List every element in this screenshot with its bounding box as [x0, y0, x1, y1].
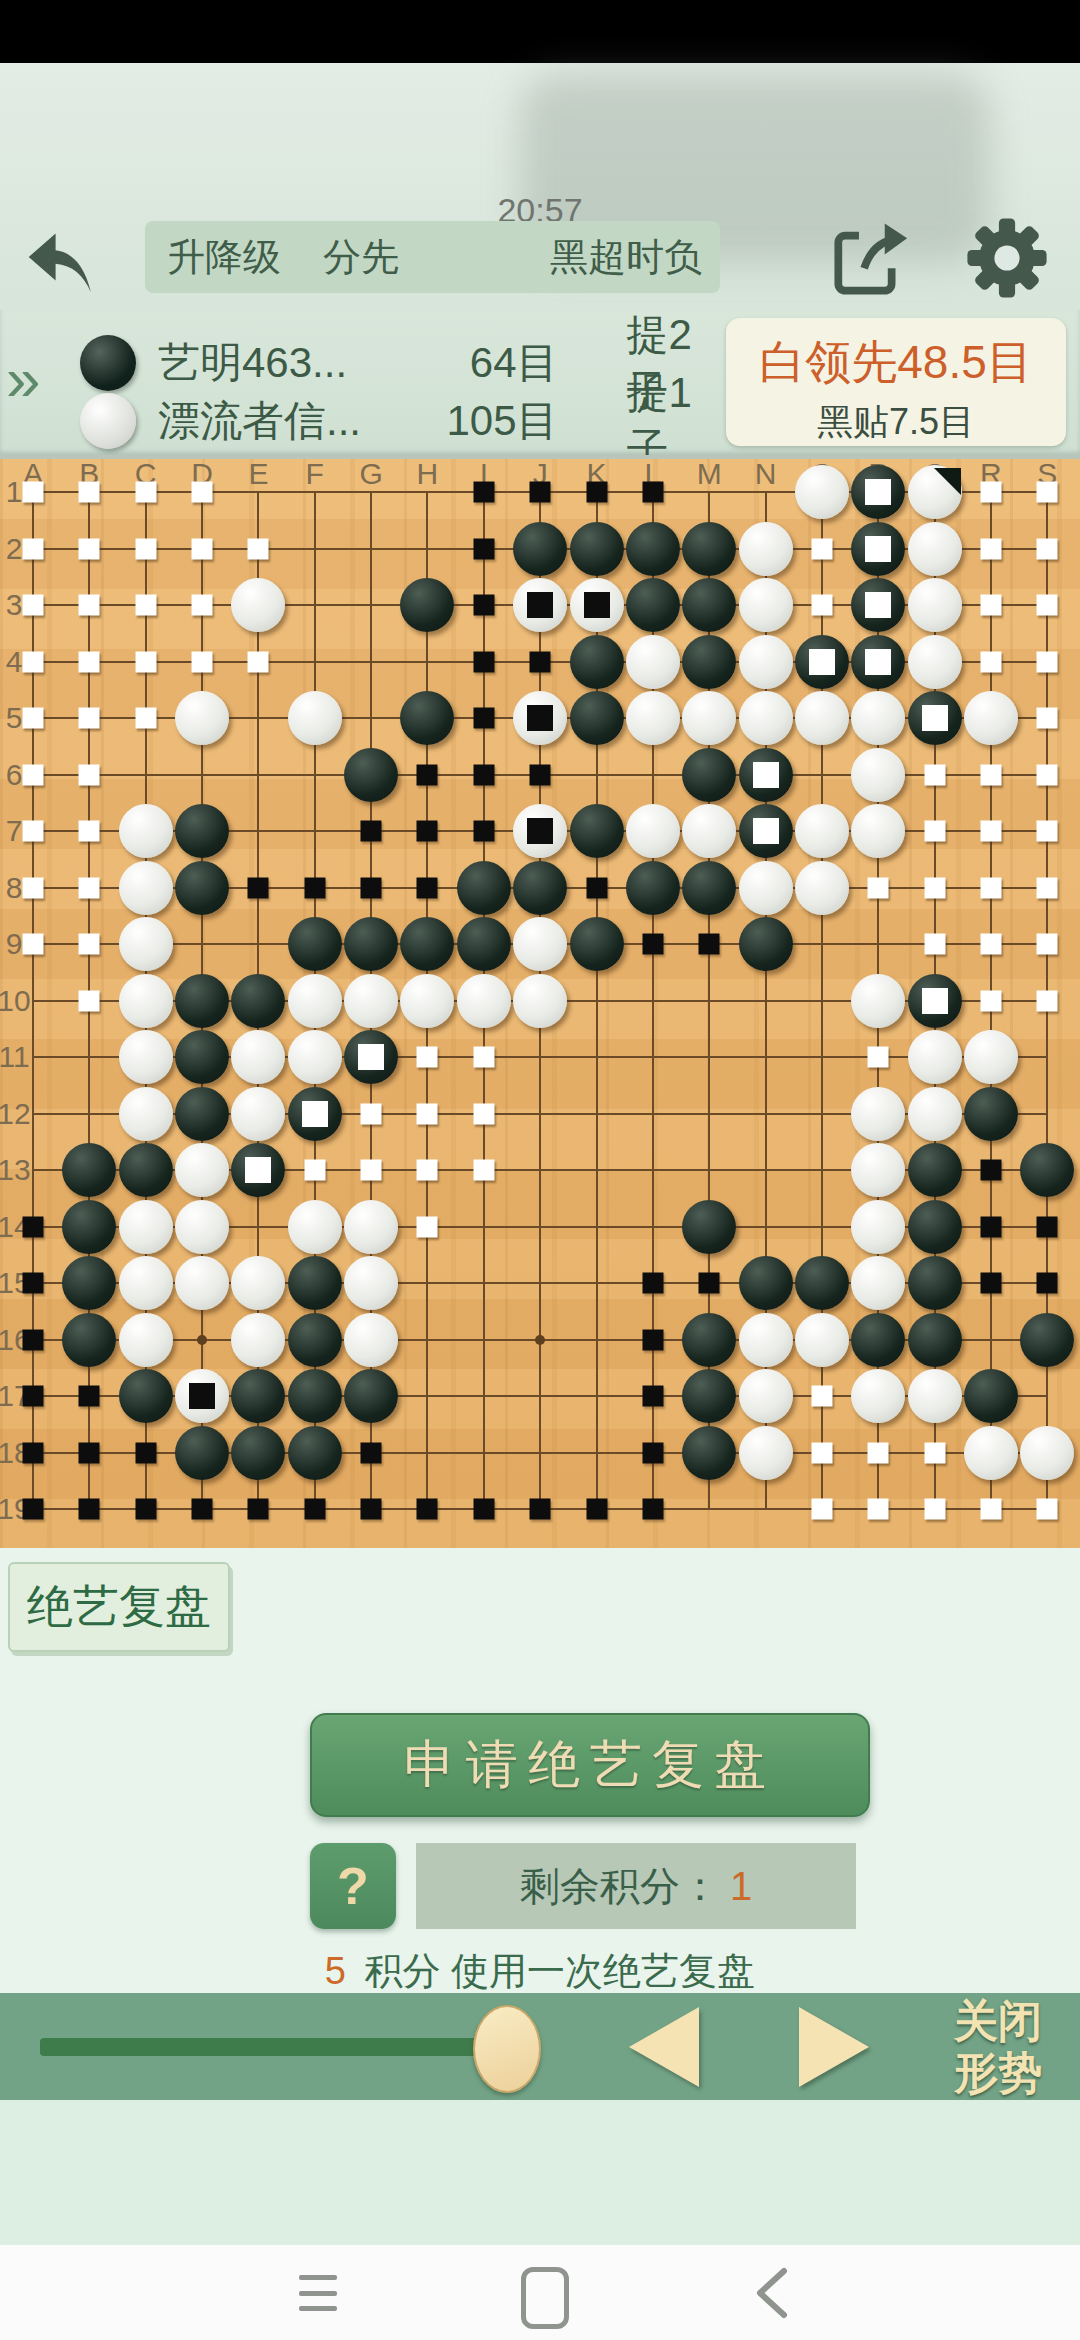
stone-black-dead-P1[interactable]: [851, 465, 905, 519]
territory-black-I4[interactable]: [473, 651, 494, 672]
stone-black-Q13[interactable]: [908, 1143, 962, 1197]
territory-black-J19[interactable]: [530, 1499, 551, 1520]
territory-white-B2[interactable]: [79, 538, 100, 559]
stone-black-dead-N7[interactable]: [739, 804, 793, 858]
territory-black-L1[interactable]: [642, 482, 663, 503]
territory-black-L18[interactable]: [642, 1442, 663, 1463]
territory-white-C2[interactable]: [135, 538, 156, 559]
territory-white-I12[interactable]: [473, 1103, 494, 1124]
stone-black-D12[interactable]: [175, 1087, 229, 1141]
stone-white-D14[interactable]: [175, 1200, 229, 1254]
territory-white-B10[interactable]: [79, 990, 100, 1011]
stone-black-O15[interactable]: [795, 1256, 849, 1310]
row-label: 5: [6, 701, 23, 735]
stone-white-P10[interactable]: [851, 974, 905, 1028]
territory-black-G19[interactable]: [361, 1499, 382, 1520]
stone-white-G14[interactable]: [344, 1200, 398, 1254]
stone-black-D8[interactable]: [175, 861, 229, 915]
stone-white-O7[interactable]: [795, 804, 849, 858]
nav-back-icon[interactable]: [752, 2267, 792, 2319]
stone-white-dead-K3[interactable]: [570, 578, 624, 632]
territory-white-B7[interactable]: [79, 821, 100, 842]
stone-white-dead-J5[interactable]: [513, 691, 567, 745]
stone-black-M8[interactable]: [682, 861, 736, 915]
stone-white-Q3[interactable]: [908, 578, 962, 632]
stone-white-dead-J3[interactable]: [513, 578, 567, 632]
stone-black-B15[interactable]: [62, 1256, 116, 1310]
title-item: 分先: [323, 232, 399, 283]
territory-white-S6[interactable]: [1037, 764, 1058, 785]
territory-black-G8[interactable]: [361, 877, 382, 898]
territory-black-L9[interactable]: [642, 934, 663, 955]
territory-white-S10[interactable]: [1037, 990, 1058, 1011]
territory-black-A16[interactable]: [23, 1329, 44, 1350]
stone-black-D7[interactable]: [175, 804, 229, 858]
territory-white-P18[interactable]: [868, 1442, 889, 1463]
stone-black-H9[interactable]: [400, 917, 454, 971]
stone-black-E10[interactable]: [231, 974, 285, 1028]
stone-black-B14[interactable]: [62, 1200, 116, 1254]
territory-black-G18[interactable]: [361, 1442, 382, 1463]
territory-black-B19[interactable]: [79, 1499, 100, 1520]
territory-black-K8[interactable]: [586, 877, 607, 898]
share-icon[interactable]: [828, 215, 914, 301]
territory-black-R13[interactable]: [980, 1160, 1001, 1181]
territory-black-H8[interactable]: [417, 877, 438, 898]
stone-black-L3[interactable]: [626, 578, 680, 632]
stone-white-F10[interactable]: [288, 974, 342, 1028]
territory-black-R14[interactable]: [980, 1216, 1001, 1237]
stone-white-N18[interactable]: [739, 1426, 793, 1480]
territory-white-D1[interactable]: [192, 482, 213, 503]
stone-white-P5[interactable]: [851, 691, 905, 745]
help-button[interactable]: ?: [310, 1843, 396, 1929]
expand-chevron[interactable]: »: [6, 344, 40, 414]
territory-white-R8[interactable]: [980, 877, 1001, 898]
stone-black-dead-P4[interactable]: [851, 635, 905, 689]
territory-white-A4[interactable]: [23, 651, 44, 672]
territory-white-A3[interactable]: [23, 595, 44, 616]
territory-black-A18[interactable]: [23, 1442, 44, 1463]
stone-white-S18[interactable]: [1020, 1426, 1074, 1480]
stone-black-K5[interactable]: [570, 691, 624, 745]
territory-white-Q8[interactable]: [924, 877, 945, 898]
stone-black-K4[interactable]: [570, 635, 624, 689]
territory-white-O3[interactable]: [811, 595, 832, 616]
stone-black-D10[interactable]: [175, 974, 229, 1028]
stone-black-M16[interactable]: [682, 1313, 736, 1367]
stone-black-L2[interactable]: [626, 522, 680, 576]
stone-black-F17[interactable]: [288, 1369, 342, 1423]
stone-white-P12[interactable]: [851, 1087, 905, 1141]
stone-white-P15[interactable]: [851, 1256, 905, 1310]
territory-black-I19[interactable]: [473, 1499, 494, 1520]
territory-black-G7[interactable]: [361, 821, 382, 842]
stone-black-R17[interactable]: [964, 1369, 1018, 1423]
stone-black-M18[interactable]: [682, 1426, 736, 1480]
territory-black-I2[interactable]: [473, 538, 494, 559]
stone-black-F9[interactable]: [288, 917, 342, 971]
stone-white-C15[interactable]: [119, 1256, 173, 1310]
territory-white-B4[interactable]: [79, 651, 100, 672]
stone-black-E17[interactable]: [231, 1369, 285, 1423]
stone-white-P7[interactable]: [851, 804, 905, 858]
territory-white-F13[interactable]: [304, 1160, 325, 1181]
territory-black-K19[interactable]: [586, 1499, 607, 1520]
stone-white-M5[interactable]: [682, 691, 736, 745]
territory-black-J4[interactable]: [530, 651, 551, 672]
settings-gear-icon[interactable]: [962, 213, 1052, 303]
territory-white-S9[interactable]: [1037, 934, 1058, 955]
territory-black-K1[interactable]: [586, 482, 607, 503]
stone-black-dead-Q10[interactable]: [908, 974, 962, 1028]
stone-black-J2[interactable]: [513, 522, 567, 576]
stone-white-O5[interactable]: [795, 691, 849, 745]
stone-black-E18[interactable]: [231, 1426, 285, 1480]
stone-white-I10[interactable]: [457, 974, 511, 1028]
stone-white-M7[interactable]: [682, 804, 736, 858]
stone-white-C10[interactable]: [119, 974, 173, 1028]
territory-black-M9[interactable]: [699, 934, 720, 955]
territory-black-L19[interactable]: [642, 1499, 663, 1520]
close-territory-view-button[interactable]: 关闭 形势: [930, 1995, 1066, 2099]
territory-white-B1[interactable]: [79, 482, 100, 503]
stone-white-D13[interactable]: [175, 1143, 229, 1197]
stone-black-H5[interactable]: [400, 691, 454, 745]
dead-marker: [865, 592, 891, 618]
stone-white-N17[interactable]: [739, 1369, 793, 1423]
territory-black-S15[interactable]: [1037, 1273, 1058, 1294]
stone-black-M2[interactable]: [682, 522, 736, 576]
territory-white-P19[interactable]: [868, 1499, 889, 1520]
recents-icon[interactable]: [299, 2275, 337, 2311]
territory-white-S1[interactable]: [1037, 482, 1058, 503]
territory-black-H19[interactable]: [417, 1499, 438, 1520]
stone-white-C16[interactable]: [119, 1313, 173, 1367]
territory-black-A19[interactable]: [23, 1499, 44, 1520]
territory-white-A1[interactable]: [23, 482, 44, 503]
stone-white-N4[interactable]: [739, 635, 793, 689]
stone-white-H10[interactable]: [400, 974, 454, 1028]
territory-black-S14[interactable]: [1037, 1216, 1058, 1237]
territory-white-D4[interactable]: [192, 651, 213, 672]
apply-review-button[interactable]: 申请绝艺复盘: [310, 1713, 870, 1817]
territory-black-H6[interactable]: [417, 764, 438, 785]
stone-white-E15[interactable]: [231, 1256, 285, 1310]
territory-white-C4[interactable]: [135, 651, 156, 672]
stone-white-C11[interactable]: [119, 1030, 173, 1084]
stone-black-D11[interactable]: [175, 1030, 229, 1084]
stone-white-C9[interactable]: [119, 917, 173, 971]
stone-black-D18[interactable]: [175, 1426, 229, 1480]
stone-black-dead-P3[interactable]: [851, 578, 905, 632]
stone-white-E12[interactable]: [231, 1087, 285, 1141]
territory-white-P11[interactable]: [868, 1047, 889, 1068]
territory-white-O2[interactable]: [811, 538, 832, 559]
territory-black-L16[interactable]: [642, 1329, 663, 1350]
territory-white-S7[interactable]: [1037, 821, 1058, 842]
stone-white-D5[interactable]: [175, 691, 229, 745]
territory-white-G13[interactable]: [361, 1160, 382, 1181]
territory-white-S5[interactable]: [1037, 708, 1058, 729]
territory-black-E19[interactable]: [248, 1499, 269, 1520]
territory-white-S19[interactable]: [1037, 1499, 1058, 1520]
stone-white-P6[interactable]: [851, 748, 905, 802]
territory-white-O17[interactable]: [811, 1386, 832, 1407]
territory-white-D3[interactable]: [192, 595, 213, 616]
territory-white-R19[interactable]: [980, 1499, 1001, 1520]
stone-black-G17[interactable]: [344, 1369, 398, 1423]
stone-white-O16[interactable]: [795, 1313, 849, 1367]
territory-black-I1[interactable]: [473, 482, 494, 503]
territory-white-S4[interactable]: [1037, 651, 1058, 672]
territory-white-B8[interactable]: [79, 877, 100, 898]
territory-white-C3[interactable]: [135, 595, 156, 616]
territory-white-R7[interactable]: [980, 821, 1001, 842]
territory-white-S3[interactable]: [1037, 595, 1058, 616]
stone-white-C14[interactable]: [119, 1200, 173, 1254]
stone-black-M14[interactable]: [682, 1200, 736, 1254]
stone-white-G10[interactable]: [344, 974, 398, 1028]
territory-white-Q6[interactable]: [924, 764, 945, 785]
territory-white-Q19[interactable]: [924, 1499, 945, 1520]
stone-white-G15[interactable]: [344, 1256, 398, 1310]
stone-white-O8[interactable]: [795, 861, 849, 915]
territory-white-Q9[interactable]: [924, 934, 945, 955]
komi-label: 黑贴7.5目: [726, 398, 1066, 447]
stone-white-L7[interactable]: [626, 804, 680, 858]
stone-black-C17[interactable]: [119, 1369, 173, 1423]
status-bar: [0, 0, 1080, 63]
territory-white-A2[interactable]: [23, 538, 44, 559]
territory-white-H12[interactable]: [417, 1103, 438, 1124]
territory-white-Q18[interactable]: [924, 1442, 945, 1463]
territory-white-A7[interactable]: [23, 821, 44, 842]
stone-black-F18[interactable]: [288, 1426, 342, 1480]
territory-white-B9[interactable]: [79, 934, 100, 955]
stone-black-Q15[interactable]: [908, 1256, 962, 1310]
stone-black-R12[interactable]: [964, 1087, 1018, 1141]
territory-white-A5[interactable]: [23, 708, 44, 729]
stone-white-F14[interactable]: [288, 1200, 342, 1254]
territory-black-I7[interactable]: [473, 821, 494, 842]
stone-white-R11[interactable]: [964, 1030, 1018, 1084]
territory-white-C1[interactable]: [135, 482, 156, 503]
stone-black-G9[interactable]: [344, 917, 398, 971]
stone-black-B16[interactable]: [62, 1313, 116, 1367]
territory-white-H14[interactable]: [417, 1216, 438, 1237]
stone-white-N2[interactable]: [739, 522, 793, 576]
territory-white-E4[interactable]: [248, 651, 269, 672]
stone-white-R18[interactable]: [964, 1426, 1018, 1480]
stone-black-K9[interactable]: [570, 917, 624, 971]
stone-white-Q4[interactable]: [908, 635, 962, 689]
stone-black-B13[interactable]: [62, 1143, 116, 1197]
stone-black-F16[interactable]: [288, 1313, 342, 1367]
cost-line: 5 积分 使用一次绝艺复盘: [0, 1946, 1080, 1997]
territory-black-F19[interactable]: [304, 1499, 325, 1520]
stone-black-dead-Q5[interactable]: [908, 691, 962, 745]
stone-white-C8[interactable]: [119, 861, 173, 915]
stone-white-N8[interactable]: [739, 861, 793, 915]
stone-black-I8[interactable]: [457, 861, 511, 915]
dead-marker: [584, 592, 610, 618]
territory-black-H7[interactable]: [417, 821, 438, 842]
stone-white-N3[interactable]: [739, 578, 793, 632]
stone-black-M3[interactable]: [682, 578, 736, 632]
territory-white-D2[interactable]: [192, 538, 213, 559]
stone-white-L4[interactable]: [626, 635, 680, 689]
territory-white-I11[interactable]: [473, 1047, 494, 1068]
territory-white-I13[interactable]: [473, 1160, 494, 1181]
stone-white-E11[interactable]: [231, 1030, 285, 1084]
stone-white-P13[interactable]: [851, 1143, 905, 1197]
stone-white-N16[interactable]: [739, 1313, 793, 1367]
stone-black-C13[interactable]: [119, 1143, 173, 1197]
stone-white-P17[interactable]: [851, 1369, 905, 1423]
stone-black-P16[interactable]: [851, 1313, 905, 1367]
stone-black-L8[interactable]: [626, 861, 680, 915]
home-icon[interactable]: [521, 2267, 569, 2329]
territory-white-A8[interactable]: [23, 877, 44, 898]
stone-black-dead-O4[interactable]: [795, 635, 849, 689]
stone-white-D15[interactable]: [175, 1256, 229, 1310]
stone-black-J8[interactable]: [513, 861, 567, 915]
move-slider-track[interactable]: [40, 2038, 505, 2056]
stone-white-N5[interactable]: [739, 691, 793, 745]
territory-black-B17[interactable]: [79, 1386, 100, 1407]
stone-white-E16[interactable]: [231, 1313, 285, 1367]
territory-black-L17[interactable]: [642, 1386, 663, 1407]
stone-white-F5[interactable]: [288, 691, 342, 745]
stone-white-dead-J7[interactable]: [513, 804, 567, 858]
go-board[interactable]: A1B2C3D4E5F6G7H8I9J10K11L12M13N14O15P16Q…: [0, 455, 1080, 1552]
territory-white-Q7[interactable]: [924, 821, 945, 842]
stone-black-M4[interactable]: [682, 635, 736, 689]
territory-black-D19[interactable]: [192, 1499, 213, 1520]
territory-black-A14[interactable]: [23, 1216, 44, 1237]
stone-black-G6[interactable]: [344, 748, 398, 802]
stone-white-Q2[interactable]: [908, 522, 962, 576]
review-tab[interactable]: 绝艺复盘: [8, 1562, 230, 1652]
territory-white-S8[interactable]: [1037, 877, 1058, 898]
stone-black-K7[interactable]: [570, 804, 624, 858]
territory-black-A17[interactable]: [23, 1386, 44, 1407]
stone-black-K2[interactable]: [570, 522, 624, 576]
stone-black-M17[interactable]: [682, 1369, 736, 1423]
territory-white-R2[interactable]: [980, 538, 1001, 559]
territory-black-C19[interactable]: [135, 1499, 156, 1520]
territory-white-G12[interactable]: [361, 1103, 382, 1124]
stone-white-F11[interactable]: [288, 1030, 342, 1084]
territory-black-I3[interactable]: [473, 595, 494, 616]
stone-white-R5[interactable]: [964, 691, 1018, 745]
stone-black-dead-P2[interactable]: [851, 522, 905, 576]
stone-black-dead-N6[interactable]: [739, 748, 793, 802]
stone-white-lastmove-Q1[interactable]: [908, 465, 962, 519]
stone-white-O1[interactable]: [795, 465, 849, 519]
back-arrow-icon[interactable]: [18, 215, 110, 299]
territory-black-E8[interactable]: [248, 877, 269, 898]
stone-white-J10[interactable]: [513, 974, 567, 1028]
white-stone-icon: [80, 393, 136, 449]
white-player-row: 漂流者信... 105目 提1子: [80, 390, 720, 452]
territory-black-M15[interactable]: [699, 1273, 720, 1294]
territory-white-B5[interactable]: [79, 708, 100, 729]
stone-white-E3[interactable]: [231, 578, 285, 632]
territory-white-E2[interactable]: [248, 538, 269, 559]
territory-white-R3[interactable]: [980, 595, 1001, 616]
territory-white-H11[interactable]: [417, 1047, 438, 1068]
stone-black-M6[interactable]: [682, 748, 736, 802]
territory-white-O19[interactable]: [811, 1499, 832, 1520]
stone-white-J9[interactable]: [513, 917, 567, 971]
stone-white-L5[interactable]: [626, 691, 680, 745]
territory-black-L15[interactable]: [642, 1273, 663, 1294]
stone-white-dead-D17[interactable]: [175, 1369, 229, 1423]
stone-black-I9[interactable]: [457, 917, 511, 971]
move-slider-knob[interactable]: [473, 2005, 541, 2093]
stone-white-C12[interactable]: [119, 1087, 173, 1141]
territory-black-I6[interactable]: [473, 764, 494, 785]
territory-black-R15[interactable]: [980, 1273, 1001, 1294]
stone-black-dead-F12[interactable]: [288, 1087, 342, 1141]
territory-black-A15[interactable]: [23, 1273, 44, 1294]
stone-black-dead-E13[interactable]: [231, 1143, 285, 1197]
territory-white-P8[interactable]: [868, 877, 889, 898]
stone-white-Q11[interactable]: [908, 1030, 962, 1084]
territory-black-C18[interactable]: [135, 1442, 156, 1463]
stone-white-P14[interactable]: [851, 1200, 905, 1254]
territory-black-I5[interactable]: [473, 708, 494, 729]
territory-white-C5[interactable]: [135, 708, 156, 729]
territory-white-A9[interactable]: [23, 934, 44, 955]
stone-black-S16[interactable]: [1020, 1313, 1074, 1367]
territory-black-J6[interactable]: [530, 764, 551, 785]
stone-black-dead-G11[interactable]: [344, 1030, 398, 1084]
stone-black-Q14[interactable]: [908, 1200, 962, 1254]
territory-white-R10[interactable]: [980, 990, 1001, 1011]
territory-white-R6[interactable]: [980, 764, 1001, 785]
previous-move-button[interactable]: [629, 2007, 699, 2087]
territory-white-R4[interactable]: [980, 651, 1001, 672]
territory-white-R9[interactable]: [980, 934, 1001, 955]
col-label: F: [306, 457, 324, 491]
stone-black-Q16[interactable]: [908, 1313, 962, 1367]
stone-white-Q12[interactable]: [908, 1087, 962, 1141]
territory-white-B3[interactable]: [79, 595, 100, 616]
territory-white-A6[interactable]: [23, 764, 44, 785]
stone-black-S13[interactable]: [1020, 1143, 1074, 1197]
territory-black-B18[interactable]: [79, 1442, 100, 1463]
stone-white-C7[interactable]: [119, 804, 173, 858]
territory-white-R1[interactable]: [980, 482, 1001, 503]
stone-white-Q17[interactable]: [908, 1369, 962, 1423]
territory-white-B6[interactable]: [79, 764, 100, 785]
territory-black-F8[interactable]: [304, 877, 325, 898]
stone-black-F15[interactable]: [288, 1256, 342, 1310]
territory-black-J1[interactable]: [530, 482, 551, 503]
next-move-button[interactable]: [799, 2007, 869, 2087]
stone-black-N9[interactable]: [739, 917, 793, 971]
stone-black-N15[interactable]: [739, 1256, 793, 1310]
stone-white-G16[interactable]: [344, 1313, 398, 1367]
territory-white-S2[interactable]: [1037, 538, 1058, 559]
row-label: 11: [0, 1040, 30, 1074]
territory-white-O18[interactable]: [811, 1442, 832, 1463]
territory-white-H13[interactable]: [417, 1160, 438, 1181]
stone-black-H3[interactable]: [400, 578, 454, 632]
